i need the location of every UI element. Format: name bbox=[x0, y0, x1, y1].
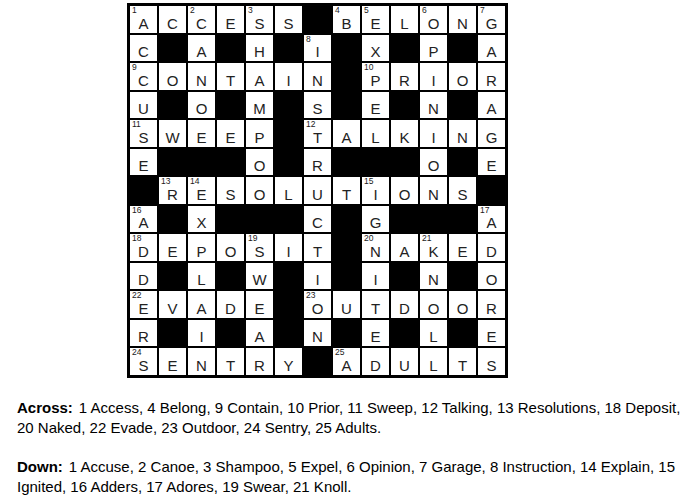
cell-letter: A bbox=[246, 329, 273, 345]
cell-letter: O bbox=[420, 301, 447, 317]
grid-cell-r5c7[interactable]: 12T bbox=[303, 119, 332, 148]
grid-cell-r2c8 bbox=[332, 34, 361, 63]
grid-cell-r1c7 bbox=[303, 5, 332, 34]
clue-number: 4 bbox=[335, 6, 340, 15]
cell-letter: A bbox=[333, 130, 360, 146]
grid-cell-r10c2 bbox=[158, 262, 187, 291]
cell-letter: T bbox=[333, 187, 360, 203]
cell-letter: D bbox=[362, 358, 389, 374]
cell-letter: R bbox=[478, 73, 505, 89]
cell-letter: I bbox=[188, 329, 215, 345]
grid-cell-r5c9[interactable]: L bbox=[361, 119, 390, 148]
cell-letter: N bbox=[420, 272, 447, 288]
cell-letter: H bbox=[246, 44, 273, 60]
cell-letter: U bbox=[304, 187, 331, 203]
grid-cell-r5c13[interactable]: G bbox=[477, 119, 506, 148]
grid-cell-r13c1[interactable]: 24S bbox=[129, 347, 158, 376]
cell-letter: P bbox=[188, 244, 215, 260]
grid-cell-r10c3[interactable]: L bbox=[187, 262, 216, 291]
grid-cell-r10c8 bbox=[332, 262, 361, 291]
cell-letter: N bbox=[449, 130, 476, 146]
cell-letter: A bbox=[478, 101, 505, 117]
cell-letter: S bbox=[478, 358, 505, 374]
grid-cell-r9c9[interactable]: 20N bbox=[361, 233, 390, 262]
grid-cell-r6c1[interactable]: E bbox=[129, 148, 158, 177]
across-label: Across: bbox=[17, 399, 73, 416]
grid-cell-r1c12[interactable]: N bbox=[448, 5, 477, 34]
grid-cell-r5c8[interactable]: A bbox=[332, 119, 361, 148]
cell-letter: N bbox=[362, 244, 389, 260]
cell-letter: E bbox=[217, 16, 244, 32]
grid-cell-r9c7[interactable]: T bbox=[303, 233, 332, 262]
cell-letter: O bbox=[217, 244, 244, 260]
grid-cell-r6c7[interactable]: R bbox=[303, 148, 332, 177]
grid-cell-r3c10[interactable]: R bbox=[390, 62, 419, 91]
grid-cell-r7c2[interactable]: 13R bbox=[158, 176, 187, 205]
cell-letter: L bbox=[362, 130, 389, 146]
cell-letter: D bbox=[130, 244, 157, 260]
grid-cell-r12c8 bbox=[332, 319, 361, 348]
grid-cell-r12c11[interactable]: L bbox=[419, 319, 448, 348]
grid-cell-r11c9[interactable]: T bbox=[361, 290, 390, 319]
clue-number: 13 bbox=[161, 177, 170, 186]
grid-cell-r1c11[interactable]: 6O bbox=[419, 5, 448, 34]
grid-cell-r3c12[interactable]: O bbox=[448, 62, 477, 91]
cell-letter: A bbox=[478, 215, 505, 231]
grid-cell-r3c7[interactable]: N bbox=[303, 62, 332, 91]
grid-cell-r4c11[interactable]: N bbox=[419, 91, 448, 120]
cell-letter: R bbox=[478, 301, 505, 317]
cell-letter: E bbox=[478, 158, 505, 174]
grid-cell-r3c13[interactable]: R bbox=[477, 62, 506, 91]
cell-letter: E bbox=[159, 358, 186, 374]
grid-cell-r12c6 bbox=[274, 319, 303, 348]
cell-letter: U bbox=[333, 301, 360, 317]
cell-letter: R bbox=[159, 187, 186, 203]
cell-letter: O bbox=[449, 301, 476, 317]
grid-cell-r2c12 bbox=[448, 34, 477, 63]
cell-letter: G bbox=[362, 215, 389, 231]
clue-number: 11 bbox=[132, 120, 141, 129]
cell-letter: D bbox=[478, 244, 505, 260]
across-clues: Across:1 Access, 4 Belong, 9 Contain, 10… bbox=[17, 398, 681, 438]
grid-cell-r4c9[interactable]: E bbox=[361, 91, 390, 120]
cell-letter: O bbox=[478, 272, 505, 288]
grid-cell-r1c5[interactable]: 3S bbox=[245, 5, 274, 34]
cell-letter: N bbox=[420, 187, 447, 203]
grid-cell-r6c2 bbox=[158, 148, 187, 177]
grid-cell-r7c10[interactable]: O bbox=[390, 176, 419, 205]
grid-cell-r7c11[interactable]: N bbox=[419, 176, 448, 205]
grid-cell-r7c9[interactable]: 15I bbox=[361, 176, 390, 205]
grid-cell-r10c11[interactable]: N bbox=[419, 262, 448, 291]
cell-letter: L bbox=[275, 187, 302, 203]
grid-cell-r3c4[interactable]: T bbox=[216, 62, 245, 91]
grid-cell-r12c5[interactable]: A bbox=[245, 319, 274, 348]
grid-cell-r13c6[interactable]: Y bbox=[274, 347, 303, 376]
cell-letter: E bbox=[159, 244, 186, 260]
cell-letter: O bbox=[391, 187, 418, 203]
grid-cell-r10c13[interactable]: O bbox=[477, 262, 506, 291]
grid-cell-r13c11[interactable]: L bbox=[419, 347, 448, 376]
cell-letter: R bbox=[304, 158, 331, 174]
grid-cell-r8c8 bbox=[332, 205, 361, 234]
cell-letter: G bbox=[478, 130, 505, 146]
cell-letter: K bbox=[420, 244, 447, 260]
grid-cell-r1c13[interactable]: 7G bbox=[477, 5, 506, 34]
grid-cell-r8c4 bbox=[216, 205, 245, 234]
grid-cell-r4c2 bbox=[158, 91, 187, 120]
cell-letter: E bbox=[246, 301, 273, 317]
grid-cell-r6c10 bbox=[390, 148, 419, 177]
cell-letter: E bbox=[217, 130, 244, 146]
grid-cell-r12c4 bbox=[216, 319, 245, 348]
cell-letter: S bbox=[449, 187, 476, 203]
grid-cell-r9c6[interactable]: I bbox=[274, 233, 303, 262]
clue-number: 8 bbox=[306, 35, 311, 44]
grid-cell-r4c1[interactable]: U bbox=[129, 91, 158, 120]
grid-cell-r3c1[interactable]: 9C bbox=[129, 62, 158, 91]
clue-number: 2 bbox=[190, 6, 195, 15]
grid-cell-r4c4 bbox=[216, 91, 245, 120]
grid-cell-r13c10[interactable]: U bbox=[390, 347, 419, 376]
grid-cell-r1c9[interactable]: 5E bbox=[361, 5, 390, 34]
grid-cell-r9c3[interactable]: P bbox=[187, 233, 216, 262]
grid-cell-r8c10 bbox=[390, 205, 419, 234]
cell-letter: B bbox=[333, 16, 360, 32]
grid-cell-r9c5[interactable]: 19S bbox=[245, 233, 274, 262]
grid-cell-r11c3[interactable]: A bbox=[187, 290, 216, 319]
grid-cell-r1c1[interactable]: 1A bbox=[129, 5, 158, 34]
grid-cell-r2c6 bbox=[274, 34, 303, 63]
cell-letter: V bbox=[159, 301, 186, 317]
grid-cell-r11c8[interactable]: U bbox=[332, 290, 361, 319]
clue-number: 5 bbox=[364, 6, 369, 15]
grid-cell-r5c11[interactable]: I bbox=[419, 119, 448, 148]
grid-cell-r3c11[interactable]: I bbox=[419, 62, 448, 91]
grid-cell-r6c6 bbox=[274, 148, 303, 177]
grid-cell-r12c9[interactable]: E bbox=[361, 319, 390, 348]
grid-cell-r2c2 bbox=[158, 34, 187, 63]
cell-letter: S bbox=[304, 101, 331, 117]
grid-cell-r9c2[interactable]: E bbox=[158, 233, 187, 262]
cell-letter: X bbox=[362, 44, 389, 60]
grid-cell-r11c5[interactable]: E bbox=[245, 290, 274, 319]
cell-letter: C bbox=[130, 73, 157, 89]
cell-letter: O bbox=[420, 16, 447, 32]
cell-letter: L bbox=[188, 272, 215, 288]
cell-letter: S bbox=[217, 187, 244, 203]
grid-cell-r3c8 bbox=[332, 62, 361, 91]
cell-letter: E bbox=[478, 329, 505, 345]
cell-letter: A bbox=[188, 44, 215, 60]
grid-cell-r11c12[interactable]: O bbox=[448, 290, 477, 319]
clue-number: 24 bbox=[132, 348, 141, 357]
cell-letter: E bbox=[362, 329, 389, 345]
cell-letter: I bbox=[420, 73, 447, 89]
grid-cell-r11c11[interactable]: O bbox=[419, 290, 448, 319]
cell-letter: U bbox=[391, 358, 418, 374]
cell-letter: D bbox=[130, 272, 157, 288]
grid-cell-r12c2 bbox=[158, 319, 187, 348]
grid-cell-r6c4 bbox=[216, 148, 245, 177]
grid-cell-r2c3[interactable]: A bbox=[187, 34, 216, 63]
clue-number: 12 bbox=[306, 120, 315, 129]
cell-letter: N bbox=[304, 329, 331, 345]
grid-cell-r5c4[interactable]: E bbox=[216, 119, 245, 148]
grid-cell-r6c9 bbox=[361, 148, 390, 177]
grid-cell-r8c1[interactable]: 16A bbox=[129, 205, 158, 234]
cell-letter: S bbox=[246, 16, 273, 32]
grid-cell-r12c3[interactable]: I bbox=[187, 319, 216, 348]
grid-cell-r3c6[interactable]: I bbox=[274, 62, 303, 91]
cell-letter: L bbox=[420, 358, 447, 374]
cell-letter: R bbox=[391, 73, 418, 89]
grid-cell-r5c1[interactable]: 11S bbox=[129, 119, 158, 148]
grid-cell-r13c7 bbox=[303, 347, 332, 376]
clue-number: 14 bbox=[190, 177, 199, 186]
grid-cell-r7c8[interactable]: T bbox=[332, 176, 361, 205]
grid-cell-r13c9[interactable]: D bbox=[361, 347, 390, 376]
grid-cell-r6c8 bbox=[332, 148, 361, 177]
grid-cell-r7c5[interactable]: O bbox=[245, 176, 274, 205]
grid-cell-r3c5[interactable]: A bbox=[245, 62, 274, 91]
clue-number: 9 bbox=[132, 63, 137, 72]
clue-number: 18 bbox=[132, 234, 141, 243]
grid-cell-r8c2 bbox=[158, 205, 187, 234]
grid-cell-r13c12[interactable]: T bbox=[448, 347, 477, 376]
grid-cell-r11c10[interactable]: D bbox=[390, 290, 419, 319]
cell-letter: I bbox=[304, 272, 331, 288]
grid-cell-r11c1[interactable]: 22E bbox=[129, 290, 158, 319]
grid-cell-r4c12 bbox=[448, 91, 477, 120]
cell-letter: S bbox=[130, 130, 157, 146]
clue-number: 7 bbox=[480, 6, 485, 15]
grid-cell-r11c2[interactable]: V bbox=[158, 290, 187, 319]
cell-letter: T bbox=[362, 301, 389, 317]
cell-letter: P bbox=[362, 73, 389, 89]
grid-cell-r1c8[interactable]: 4B bbox=[332, 5, 361, 34]
grid-cell-r3c2[interactable]: O bbox=[158, 62, 187, 91]
cell-letter: U bbox=[130, 101, 157, 117]
cell-letter: W bbox=[246, 272, 273, 288]
cell-letter: A bbox=[391, 244, 418, 260]
cell-letter: I bbox=[275, 73, 302, 89]
grid-cell-r13c3[interactable]: N bbox=[187, 347, 216, 376]
grid-cell-r1c10[interactable]: L bbox=[390, 5, 419, 34]
cell-letter: E bbox=[362, 101, 389, 117]
cell-letter: E bbox=[362, 16, 389, 32]
down-clues-text: 1 Accuse, 2 Canoe, 3 Shampoo, 5 Expel, 6… bbox=[17, 458, 675, 495]
grid-cell-r2c10 bbox=[390, 34, 419, 63]
cell-letter: S bbox=[130, 358, 157, 374]
grid-cell-r10c5[interactable]: W bbox=[245, 262, 274, 291]
grid-cell-r11c4[interactable]: D bbox=[216, 290, 245, 319]
cell-letter: O bbox=[304, 301, 331, 317]
cell-letter: E bbox=[130, 301, 157, 317]
grid-cell-r7c3[interactable]: 14E bbox=[187, 176, 216, 205]
cell-letter: S bbox=[275, 16, 302, 32]
grid-cell-r2c4 bbox=[216, 34, 245, 63]
cell-letter: E bbox=[449, 244, 476, 260]
grid-cell-r7c12[interactable]: S bbox=[448, 176, 477, 205]
grid-cell-r8c6 bbox=[274, 205, 303, 234]
grid-cell-r9c11[interactable]: 21K bbox=[419, 233, 448, 262]
cell-letter: D bbox=[391, 301, 418, 317]
grid-cell-r13c4[interactable]: T bbox=[216, 347, 245, 376]
grid-cell-r9c4[interactable]: O bbox=[216, 233, 245, 262]
cell-letter: O bbox=[420, 158, 447, 174]
grid-cell-r8c3[interactable]: X bbox=[187, 205, 216, 234]
grid-cell-r9c1[interactable]: 18D bbox=[129, 233, 158, 262]
grid-cell-r7c7[interactable]: U bbox=[303, 176, 332, 205]
grid-cell-r13c13[interactable]: S bbox=[477, 347, 506, 376]
grid-cell-r9c13[interactable]: D bbox=[477, 233, 506, 262]
grid-cell-r11c6 bbox=[274, 290, 303, 319]
grid-cell-r1c2[interactable]: C bbox=[158, 5, 187, 34]
cell-letter: N bbox=[420, 101, 447, 117]
cell-letter: O bbox=[246, 158, 273, 174]
grid-cell-r3c3[interactable]: N bbox=[187, 62, 216, 91]
across-clues-text: 1 Access, 4 Belong, 9 Contain, 10 Prior,… bbox=[17, 399, 680, 436]
grid-cell-r5c3[interactable]: E bbox=[187, 119, 216, 148]
cell-letter: I bbox=[304, 44, 331, 60]
cell-letter: N bbox=[188, 73, 215, 89]
cell-letter: O bbox=[246, 187, 273, 203]
cell-letter: S bbox=[246, 244, 273, 260]
cell-letter: E bbox=[188, 187, 215, 203]
grid-cell-r9c10[interactable]: A bbox=[390, 233, 419, 262]
cell-letter: I bbox=[362, 187, 389, 203]
clue-number: 23 bbox=[306, 291, 315, 300]
grid-cell-r1c4[interactable]: E bbox=[216, 5, 245, 34]
clue-number: 21 bbox=[422, 234, 431, 243]
grid-cell-r7c4[interactable]: S bbox=[216, 176, 245, 205]
grid-cell-r4c13[interactable]: A bbox=[477, 91, 506, 120]
grid-cell-r2c11[interactable]: P bbox=[419, 34, 448, 63]
cell-letter: I bbox=[275, 244, 302, 260]
grid-cell-r11c7[interactable]: 23O bbox=[303, 290, 332, 319]
grid-cell-r13c5[interactable]: R bbox=[245, 347, 274, 376]
grid-cell-r7c1 bbox=[129, 176, 158, 205]
cell-letter: O bbox=[449, 73, 476, 89]
crossword-page: 1AC2CE3SS4B5EL6ON7GCAH8IXPA9CONTAIN10PRI… bbox=[0, 0, 685, 501]
grid-cell-r5c12[interactable]: N bbox=[448, 119, 477, 148]
grid-cell-r7c6[interactable]: L bbox=[274, 176, 303, 205]
cell-letter: D bbox=[217, 301, 244, 317]
cell-letter: W bbox=[159, 130, 186, 146]
grid-cell-r5c6 bbox=[274, 119, 303, 148]
down-clues: Down:1 Accuse, 2 Canoe, 3 Shampoo, 5 Exp… bbox=[17, 457, 681, 497]
clue-number: 1 bbox=[132, 6, 137, 15]
cell-letter: T bbox=[304, 130, 331, 146]
grid-cell-r8c9[interactable]: G bbox=[361, 205, 390, 234]
grid-cell-r8c7[interactable]: C bbox=[303, 205, 332, 234]
cell-letter: M bbox=[246, 101, 273, 117]
grid-cell-r4c3[interactable]: O bbox=[187, 91, 216, 120]
grid-cell-r10c9[interactable]: I bbox=[361, 262, 390, 291]
clue-number: 15 bbox=[364, 177, 373, 186]
grid-cell-r10c1[interactable]: D bbox=[129, 262, 158, 291]
grid-cell-r6c13[interactable]: E bbox=[477, 148, 506, 177]
cell-letter: O bbox=[159, 73, 186, 89]
cell-letter: C bbox=[188, 16, 215, 32]
down-label: Down: bbox=[17, 458, 63, 475]
grid-cell-r2c9[interactable]: X bbox=[361, 34, 390, 63]
cell-letter: L bbox=[391, 16, 418, 32]
clue-lists: Across:1 Access, 4 Belong, 9 Contain, 10… bbox=[17, 398, 681, 497]
grid-cell-r2c7[interactable]: 8I bbox=[303, 34, 332, 63]
clue-number: 10 bbox=[364, 63, 373, 72]
cell-letter: T bbox=[217, 73, 244, 89]
cell-letter: P bbox=[420, 44, 447, 60]
cell-letter: I bbox=[420, 130, 447, 146]
grid-cell-r13c2[interactable]: E bbox=[158, 347, 187, 376]
grid-cell-r7c13 bbox=[477, 176, 506, 205]
clue-number: 22 bbox=[132, 291, 141, 300]
grid-cell-r2c13[interactable]: A bbox=[477, 34, 506, 63]
grid-cell-r5c2[interactable]: W bbox=[158, 119, 187, 148]
grid-cell-r8c12 bbox=[448, 205, 477, 234]
grid-cell-r12c7[interactable]: N bbox=[303, 319, 332, 348]
grid-cell-r8c11 bbox=[419, 205, 448, 234]
grid-cell-r12c12 bbox=[448, 319, 477, 348]
cell-letter: O bbox=[188, 101, 215, 117]
grid-cell-r5c5[interactable]: P bbox=[245, 119, 274, 148]
grid-cell-r3c9[interactable]: 10P bbox=[361, 62, 390, 91]
cell-letter: Y bbox=[275, 358, 302, 374]
clue-number: 3 bbox=[248, 6, 253, 15]
clue-number: 25 bbox=[335, 348, 344, 357]
cell-letter: A bbox=[130, 16, 157, 32]
clue-number: 19 bbox=[248, 234, 257, 243]
grid-cell-r11c13[interactable]: R bbox=[477, 290, 506, 319]
grid-cell-r8c13[interactable]: 17A bbox=[477, 205, 506, 234]
grid-cell-r1c6[interactable]: S bbox=[274, 5, 303, 34]
grid-cell-r10c4 bbox=[216, 262, 245, 291]
cell-letter: T bbox=[449, 358, 476, 374]
cell-letter: X bbox=[188, 215, 215, 231]
grid-cell-r4c6 bbox=[274, 91, 303, 120]
cell-letter: A bbox=[246, 73, 273, 89]
grid-cell-r4c7[interactable]: S bbox=[303, 91, 332, 120]
grid-cell-r5c10[interactable]: K bbox=[390, 119, 419, 148]
cell-letter: C bbox=[130, 44, 157, 60]
grid-cell-r2c5[interactable]: H bbox=[245, 34, 274, 63]
cell-letter: A bbox=[130, 215, 157, 231]
cell-letter: P bbox=[246, 130, 273, 146]
grid-cell-r6c11[interactable]: O bbox=[419, 148, 448, 177]
grid-cell-r9c12[interactable]: E bbox=[448, 233, 477, 262]
grid-cell-r4c5[interactable]: M bbox=[245, 91, 274, 120]
grid-cell-r6c5[interactable]: O bbox=[245, 148, 274, 177]
cell-letter: N bbox=[188, 358, 215, 374]
grid-cell-r9c8 bbox=[332, 233, 361, 262]
grid-cell-r6c12 bbox=[448, 148, 477, 177]
grid-cell-r4c10 bbox=[390, 91, 419, 120]
grid-cell-r10c12 bbox=[448, 262, 477, 291]
cell-letter: G bbox=[478, 16, 505, 32]
grid-cell-r1c3[interactable]: 2C bbox=[187, 5, 216, 34]
grid-cell-r13c8[interactable]: 25A bbox=[332, 347, 361, 376]
grid-cell-r10c7[interactable]: I bbox=[303, 262, 332, 291]
cell-letter: L bbox=[420, 329, 447, 345]
cell-letter: K bbox=[391, 130, 418, 146]
grid-cell-r2c1[interactable]: C bbox=[129, 34, 158, 63]
cell-letter: E bbox=[188, 130, 215, 146]
grid-cell-r12c13[interactable]: E bbox=[477, 319, 506, 348]
grid-cell-r12c1[interactable]: R bbox=[129, 319, 158, 348]
